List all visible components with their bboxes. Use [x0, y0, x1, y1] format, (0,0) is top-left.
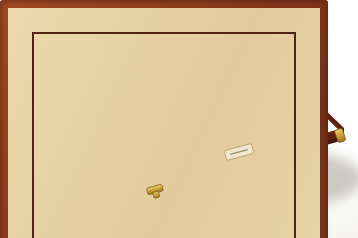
chess-set-photo: [0, 0, 358, 238]
hardware-overlay: [0, 0, 358, 238]
front-brass-clasp[interactable]: [146, 184, 165, 200]
right-brass-clasp[interactable]: [334, 128, 346, 143]
brand-nameplate: [224, 144, 254, 161]
